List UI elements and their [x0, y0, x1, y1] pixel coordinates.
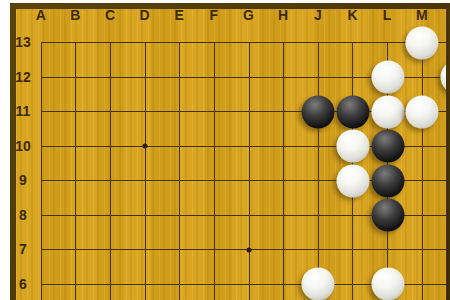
grid-line-col-G [249, 42, 250, 300]
stone-black-j11[interactable] [302, 95, 335, 128]
stone-white-m13[interactable] [406, 26, 439, 59]
go-app-window: ABCDEFGHJKLM131211109876 [0, 0, 450, 300]
grid-line-col-H [283, 42, 284, 300]
grid-line-col-A [41, 42, 42, 300]
go-board[interactable] [16, 9, 446, 300]
stone-white-k9[interactable] [336, 164, 369, 197]
grid-line-col-C [110, 42, 111, 300]
grid-line-col-D [145, 42, 146, 300]
stone-black-l8[interactable] [371, 199, 404, 232]
grid-line-col-F [214, 42, 215, 300]
grid-line-col-B [75, 42, 76, 300]
grid-line-col-E [179, 42, 180, 300]
stone-white-l12[interactable] [371, 61, 404, 94]
stone-white-n12[interactable] [440, 61, 446, 94]
star-point-g7 [247, 247, 252, 252]
stone-black-l10[interactable] [371, 130, 404, 163]
stone-white-k10[interactable] [336, 130, 369, 163]
stone-white-l11[interactable] [371, 95, 404, 128]
grid-line-row-7 [41, 249, 446, 250]
stone-white-j6[interactable] [302, 268, 335, 300]
stone-black-l9[interactable] [371, 164, 404, 197]
grid-line-row-13 [41, 42, 446, 43]
stone-white-l6[interactable] [371, 268, 404, 300]
grid-line-col-M [422, 42, 423, 300]
stone-white-m11[interactable] [406, 95, 439, 128]
stone-black-k11[interactable] [336, 95, 369, 128]
star-point-d10 [143, 144, 148, 149]
grid-line-col-J [318, 42, 319, 300]
